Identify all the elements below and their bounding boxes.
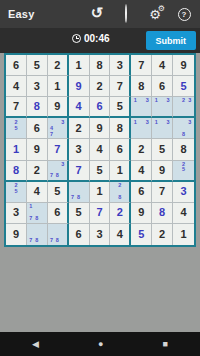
cell-r3c1[interactable]: 7 bbox=[6, 97, 27, 118]
cell-r1c6[interactable]: 3 bbox=[110, 55, 131, 76]
timer: 00:46 bbox=[72, 33, 110, 44]
cell-r5c9[interactable]: 8 bbox=[173, 139, 194, 160]
cell-r6c6[interactable]: 1 bbox=[110, 161, 131, 182]
given-digit: 8 bbox=[117, 123, 123, 134]
sudoku-board: 6521837494319278657894651313232563472981… bbox=[4, 53, 196, 247]
timer-value: 00:46 bbox=[84, 33, 110, 44]
given-digit: 5 bbox=[34, 60, 40, 71]
given-digit: 2 bbox=[54, 60, 60, 71]
given-digit: 9 bbox=[34, 144, 40, 155]
given-digit: 3 bbox=[13, 207, 19, 218]
pencil-marks: 23 bbox=[174, 98, 193, 115]
cell-r4c1[interactable]: 25 bbox=[6, 118, 27, 139]
back-button[interactable]: ◀ bbox=[32, 340, 39, 349]
cell-r8c8[interactable]: 8 bbox=[152, 203, 173, 224]
help-button[interactable]: ? bbox=[176, 6, 192, 22]
cell-r1c8[interactable]: 4 bbox=[152, 55, 173, 76]
pencil-marks: 78 bbox=[70, 183, 88, 201]
pencil-marks: 178 bbox=[28, 204, 46, 222]
cell-r5c5[interactable]: 4 bbox=[90, 139, 111, 160]
recents-icon: ■ bbox=[163, 339, 168, 349]
pencil-marks: 378 bbox=[49, 162, 66, 179]
cell-r4c5[interactable]: 9 bbox=[90, 118, 111, 139]
cell-r6c3[interactable]: 378 bbox=[48, 161, 69, 182]
cell-r9c7[interactable]: 5 bbox=[131, 224, 152, 245]
cell-r3c7[interactable]: 13 bbox=[131, 97, 152, 118]
undo-button[interactable]: ↺ bbox=[89, 6, 105, 22]
given-digit: 6 bbox=[34, 123, 40, 134]
given-digit: 7 bbox=[159, 186, 165, 197]
sudoku-app-screen: Easy ↺ ⚙ ⚙ ? 00:46 Subm bbox=[0, 0, 200, 356]
given-digit: 4 bbox=[138, 165, 144, 176]
cell-r6c7[interactable]: 4 bbox=[131, 161, 152, 182]
given-digit: 9 bbox=[138, 207, 144, 218]
given-digit: 2 bbox=[76, 123, 82, 134]
cell-r6c5[interactable]: 5 bbox=[90, 161, 111, 182]
cell-r1c7[interactable]: 7 bbox=[131, 55, 152, 76]
given-digit: 2 bbox=[96, 81, 102, 92]
given-digit: 4 bbox=[159, 60, 165, 71]
user-digit: 5 bbox=[180, 81, 186, 92]
cell-r8c2[interactable]: 178 bbox=[27, 203, 48, 224]
home-button[interactable]: ● bbox=[98, 340, 103, 349]
settings-button[interactable]: ⚙ ⚙ bbox=[147, 6, 163, 22]
user-digit: 6 bbox=[96, 101, 102, 112]
user-digit: 9 bbox=[76, 81, 82, 92]
cell-r8c4[interactable]: 5 bbox=[69, 203, 90, 224]
home-icon: ● bbox=[98, 339, 103, 349]
given-digit: 8 bbox=[138, 81, 144, 92]
cell-r9c5[interactable]: 3 bbox=[90, 224, 111, 245]
given-digit: 9 bbox=[13, 229, 19, 240]
toolbar-icons: ↺ ⚙ ⚙ ? bbox=[89, 6, 192, 22]
cell-r5c2[interactable]: 9 bbox=[27, 139, 48, 160]
given-digit: 5 bbox=[117, 101, 123, 112]
cell-r9c6[interactable]: 4 bbox=[110, 224, 131, 245]
cell-r7c7[interactable]: 6 bbox=[131, 182, 152, 203]
pencil-marks: 347 bbox=[49, 119, 66, 137]
given-digit: 9 bbox=[54, 101, 60, 112]
cell-r8c9[interactable]: 4 bbox=[173, 203, 194, 224]
given-digit: 9 bbox=[180, 60, 186, 71]
cell-r9c3[interactable]: 78 bbox=[48, 224, 69, 245]
given-digit: 6 bbox=[54, 207, 60, 218]
cell-r1c2[interactable]: 5 bbox=[27, 55, 48, 76]
given-digit: 1 bbox=[54, 81, 60, 92]
cell-r9c8[interactable]: 2 bbox=[152, 224, 173, 245]
cell-r7c3[interactable]: 5 bbox=[48, 182, 69, 203]
given-digit: 4 bbox=[180, 207, 186, 218]
cell-r4c7[interactable]: 13 bbox=[131, 118, 152, 139]
difficulty-label: Easy bbox=[8, 8, 35, 20]
user-digit: 2 bbox=[117, 207, 123, 218]
cell-r4c6[interactable]: 8 bbox=[110, 118, 131, 139]
given-digit: 4 bbox=[117, 229, 123, 240]
pencil-marks: 25 bbox=[7, 183, 25, 201]
user-digit: 3 bbox=[180, 186, 186, 197]
user-digit: 4 bbox=[76, 101, 82, 112]
cell-r9c9[interactable]: 1 bbox=[173, 224, 194, 245]
cell-r8c5[interactable]: 7 bbox=[90, 203, 111, 224]
user-digit: 7 bbox=[76, 165, 82, 176]
cell-r4c2[interactable]: 6 bbox=[27, 118, 48, 139]
given-digit: 5 bbox=[54, 186, 60, 197]
cell-r2c9[interactable]: 5 bbox=[173, 76, 194, 97]
help-icon: ? bbox=[178, 8, 191, 21]
clock-icon bbox=[72, 34, 81, 43]
given-digit: 5 bbox=[76, 207, 82, 218]
given-digit: 6 bbox=[13, 60, 19, 71]
cell-r3c6[interactable]: 5 bbox=[110, 97, 131, 118]
cell-r5c6[interactable]: 6 bbox=[110, 139, 131, 160]
pencil-marks: 78 bbox=[28, 225, 46, 244]
cell-r7c1[interactable]: 25 bbox=[6, 182, 27, 203]
recents-button[interactable]: ■ bbox=[163, 340, 168, 349]
cell-r3c4[interactable]: 4 bbox=[69, 97, 90, 118]
cell-r3c8[interactable]: 13 bbox=[152, 97, 173, 118]
given-digit: 5 bbox=[96, 165, 102, 176]
cell-r1c4[interactable]: 1 bbox=[69, 55, 90, 76]
cell-r9c4[interactable]: 6 bbox=[69, 224, 90, 245]
cell-r3c5[interactable]: 6 bbox=[90, 97, 111, 118]
cell-r8c6[interactable]: 2 bbox=[110, 203, 131, 224]
cell-r2c2[interactable]: 3 bbox=[27, 76, 48, 97]
given-digit: 4 bbox=[13, 81, 19, 92]
given-digit: 1 bbox=[117, 165, 123, 176]
cell-r5c8[interactable]: 5 bbox=[152, 139, 173, 160]
given-digit: 1 bbox=[76, 60, 82, 71]
given-digit: 9 bbox=[159, 165, 165, 176]
cell-r1c9[interactable]: 9 bbox=[173, 55, 194, 76]
cell-r7c2[interactable]: 4 bbox=[27, 182, 48, 203]
cell-r2c4[interactable]: 9 bbox=[69, 76, 90, 97]
given-digit: 6 bbox=[159, 81, 165, 92]
given-digit: 1 bbox=[180, 229, 186, 240]
cell-r1c1[interactable]: 6 bbox=[6, 55, 27, 76]
cell-r7c6[interactable]: 28 bbox=[110, 182, 131, 203]
given-digit: 3 bbox=[34, 81, 40, 92]
cell-r9c1[interactable]: 9 bbox=[6, 224, 27, 245]
given-digit: 6 bbox=[117, 144, 123, 155]
given-digit: 7 bbox=[138, 60, 144, 71]
cell-r6c4[interactable]: 7 bbox=[69, 161, 90, 182]
cell-r2c5[interactable]: 2 bbox=[90, 76, 111, 97]
given-digit: 3 bbox=[117, 60, 123, 71]
given-digit: 8 bbox=[96, 60, 102, 71]
pencil-marks: 38 bbox=[174, 119, 193, 137]
given-digit: 5 bbox=[159, 144, 165, 155]
submit-button[interactable]: Submit bbox=[146, 31, 197, 50]
given-digit: 6 bbox=[138, 186, 144, 197]
user-digit: 8 bbox=[13, 165, 19, 176]
cell-r4c3[interactable]: 347 bbox=[48, 118, 69, 139]
cell-r4c8[interactable]: 13 bbox=[152, 118, 173, 139]
given-digit: 9 bbox=[96, 123, 102, 134]
android-nav-bar: ◀ ● ■ bbox=[0, 332, 200, 356]
cell-r2c8[interactable]: 6 bbox=[152, 76, 173, 97]
pencil-marks: 13 bbox=[153, 98, 171, 115]
given-digit: 2 bbox=[159, 229, 165, 240]
cell-r8c1[interactable]: 3 bbox=[6, 203, 27, 224]
pencil-marks: 13 bbox=[132, 98, 150, 115]
status-bar: 00:46 Submit bbox=[0, 28, 200, 53]
user-digit: 8 bbox=[34, 101, 40, 112]
given-digit: 7 bbox=[13, 101, 19, 112]
cell-r5c3[interactable]: 7 bbox=[48, 139, 69, 160]
cell-r3c2[interactable]: 8 bbox=[27, 97, 48, 118]
given-digit: 7 bbox=[117, 81, 123, 92]
given-digit: 2 bbox=[34, 165, 40, 176]
given-digit: 6 bbox=[76, 229, 82, 240]
cell-r6c8[interactable]: 9 bbox=[152, 161, 173, 182]
cell-r2c7[interactable]: 8 bbox=[131, 76, 152, 97]
user-digit: 5 bbox=[138, 229, 144, 240]
cell-r8c3[interactable]: 6 bbox=[48, 203, 69, 224]
cell-r6c1[interactable]: 8 bbox=[6, 161, 27, 182]
given-digit: 1 bbox=[96, 186, 102, 197]
hint-bulb-icon bbox=[125, 5, 127, 23]
given-digit: 2 bbox=[138, 144, 144, 155]
cell-r6c9[interactable]: 25 bbox=[173, 161, 194, 182]
back-icon: ◀ bbox=[32, 339, 39, 349]
cell-r5c7[interactable]: 2 bbox=[131, 139, 152, 160]
cell-r6c2[interactable]: 2 bbox=[27, 161, 48, 182]
hint-button[interactable] bbox=[118, 6, 134, 22]
given-digit: 4 bbox=[96, 144, 102, 155]
cell-r5c4[interactable]: 3 bbox=[69, 139, 90, 160]
given-digit: 8 bbox=[180, 144, 186, 155]
cell-r1c3[interactable]: 2 bbox=[48, 55, 69, 76]
user-digit: 7 bbox=[54, 144, 60, 155]
cell-r2c6[interactable]: 7 bbox=[110, 76, 131, 97]
pencil-marks: 25 bbox=[7, 119, 25, 137]
user-digit: 8 bbox=[159, 207, 165, 218]
cell-r7c4[interactable]: 78 bbox=[69, 182, 90, 203]
cell-r3c9[interactable]: 23 bbox=[173, 97, 194, 118]
given-digit: 3 bbox=[76, 144, 82, 155]
cell-r4c4[interactable]: 2 bbox=[69, 118, 90, 139]
cell-r1c5[interactable]: 8 bbox=[90, 55, 111, 76]
cell-r2c3[interactable]: 1 bbox=[48, 76, 69, 97]
pencil-marks: 13 bbox=[132, 119, 150, 137]
user-digit: 1 bbox=[13, 144, 19, 155]
pencil-marks: 25 bbox=[174, 162, 193, 179]
cell-r7c9[interactable]: 3 bbox=[173, 182, 194, 203]
pencil-marks: 78 bbox=[49, 225, 66, 244]
given-digit: 3 bbox=[96, 229, 102, 240]
cell-r7c8[interactable]: 7 bbox=[152, 182, 173, 203]
cell-r8c7[interactable]: 9 bbox=[131, 203, 152, 224]
cell-r5c1[interactable]: 1 bbox=[6, 139, 27, 160]
cell-r7c5[interactable]: 1 bbox=[90, 182, 111, 203]
pencil-marks: 13 bbox=[153, 119, 171, 137]
user-digit: 7 bbox=[96, 207, 102, 218]
cell-r9c2[interactable]: 78 bbox=[27, 224, 48, 245]
cell-r3c3[interactable]: 9 bbox=[48, 97, 69, 118]
cell-r4c9[interactable]: 38 bbox=[173, 118, 194, 139]
cell-r2c1[interactable]: 4 bbox=[6, 76, 27, 97]
given-digit: 4 bbox=[34, 186, 40, 197]
pencil-marks: 28 bbox=[111, 183, 128, 201]
app-bar: Easy ↺ ⚙ ⚙ ? bbox=[0, 0, 200, 28]
undo-icon: ↺ bbox=[91, 6, 104, 20]
